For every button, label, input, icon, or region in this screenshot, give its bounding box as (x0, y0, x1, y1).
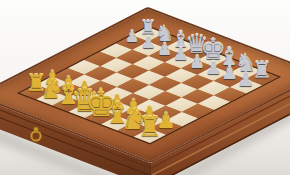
chess-set-photo: ♜♞♝♛♚♝♞♜♟♟♟♟♟♟♟♟♟♟♟♟♟♟♟♟♜♞♝♛♚♝♞♜ (0, 0, 290, 175)
